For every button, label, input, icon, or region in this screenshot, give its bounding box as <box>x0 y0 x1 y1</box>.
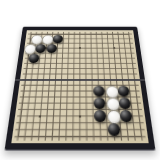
black-stone <box>49 46 55 51</box>
board-surface <box>11 30 148 143</box>
black-stone-glyph <box>28 53 39 62</box>
board-frame <box>4 27 155 151</box>
star-point <box>79 115 81 117</box>
white-stone <box>33 36 39 41</box>
black-stone <box>96 88 103 94</box>
black-stone <box>120 88 127 94</box>
star-point <box>79 47 81 49</box>
black-stone <box>30 56 36 61</box>
go-board <box>14 32 146 141</box>
white-stone <box>110 113 117 120</box>
black-stone-glyph <box>118 86 130 97</box>
product-photo-background <box>0 0 160 160</box>
black-stone-glyph <box>94 110 106 122</box>
white-stone <box>26 46 32 51</box>
white-stone <box>108 88 115 94</box>
white-stone <box>109 100 116 106</box>
black-stone <box>37 46 43 51</box>
black-stone-glyph <box>35 44 46 53</box>
black-stone-glyph <box>93 86 105 97</box>
board-perspective-wrapper <box>15 1 145 160</box>
star-point <box>113 47 115 49</box>
black-stone-glyph <box>46 44 57 53</box>
black-stone <box>110 126 117 133</box>
black-stone <box>122 100 129 106</box>
black-stone <box>123 113 130 120</box>
black-stone-glyph <box>108 124 121 137</box>
black-stone-glyph <box>53 34 63 42</box>
board-fold-hinge <box>15 79 145 81</box>
black-stone <box>96 113 103 120</box>
black-stone <box>55 36 61 41</box>
black-stone <box>96 100 103 106</box>
black-stone-glyph <box>93 98 105 109</box>
white-stone <box>44 36 50 41</box>
black-stone-glyph <box>120 110 133 122</box>
black-stone-glyph <box>119 98 132 109</box>
star-point <box>39 115 41 117</box>
